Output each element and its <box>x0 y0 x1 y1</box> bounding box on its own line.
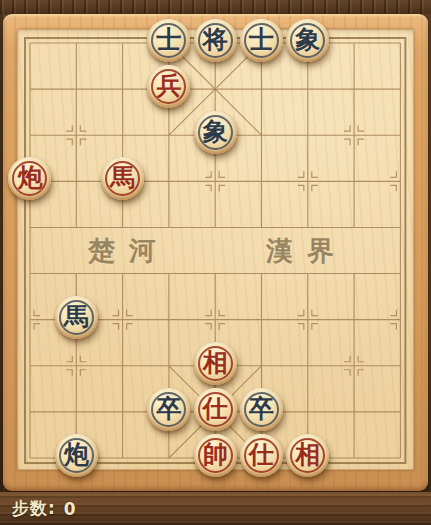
piece-glyph: 士 <box>249 27 274 52</box>
piece-black-elephant[interactable]: 象 <box>286 19 329 62</box>
piece-glyph: 相 <box>295 442 320 467</box>
piece-glyph: 象 <box>203 119 228 144</box>
piece-black-horse[interactable]: 馬 <box>55 296 98 339</box>
piece-glyph: 卒 <box>156 396 181 421</box>
piece-glyph: 象 <box>295 27 320 52</box>
move-counter-value: 0 <box>64 499 77 519</box>
app-background: 楚河 漢界 士将士象兵象炮馬馬相卒仕卒炮帥仕相 步数: 0 <box>0 0 431 525</box>
piece-glyph: 仕 <box>203 396 228 421</box>
piece-glyph: 仕 <box>249 442 274 467</box>
piece-red-advisor[interactable]: 仕 <box>240 434 283 477</box>
piece-red-soldier[interactable]: 兵 <box>147 65 190 108</box>
piece-glyph: 卒 <box>249 396 274 421</box>
piece-glyph: 馬 <box>110 165 135 190</box>
piece-black-elephant[interactable]: 象 <box>194 111 237 154</box>
piece-black-advisor[interactable]: 士 <box>240 19 283 62</box>
piece-red-elephant[interactable]: 相 <box>194 342 237 385</box>
piece-red-elephant[interactable]: 相 <box>286 434 329 477</box>
top-wood-strip <box>0 0 431 14</box>
piece-black-advisor[interactable]: 士 <box>147 19 190 62</box>
piece-red-advisor[interactable]: 仕 <box>194 388 237 431</box>
xiangqi-board[interactable]: 士将士象兵象炮馬馬相卒仕卒炮帥仕相 <box>7 20 424 481</box>
piece-black-soldier[interactable]: 卒 <box>147 388 190 431</box>
piece-red-general[interactable]: 帥 <box>194 434 237 477</box>
piece-glyph: 炮 <box>17 165 42 190</box>
piece-glyph: 士 <box>156 27 181 52</box>
piece-glyph: 将 <box>203 27 228 52</box>
piece-glyph: 馬 <box>64 304 89 329</box>
status-bar: 步数: 0 <box>0 492 431 525</box>
piece-glyph: 炮 <box>64 442 89 467</box>
piece-black-general[interactable]: 将 <box>194 19 237 62</box>
piece-red-cannon[interactable]: 炮 <box>8 157 51 200</box>
move-counter-label: 步数: <box>12 497 56 520</box>
move-counter: 步数: 0 <box>12 497 77 520</box>
piece-red-horse[interactable]: 馬 <box>101 157 144 200</box>
piece-glyph: 帥 <box>203 442 228 467</box>
piece-glyph: 兵 <box>156 73 181 98</box>
piece-black-soldier[interactable]: 卒 <box>240 388 283 431</box>
piece-black-cannon[interactable]: 炮 <box>55 434 98 477</box>
piece-glyph: 相 <box>203 350 228 375</box>
